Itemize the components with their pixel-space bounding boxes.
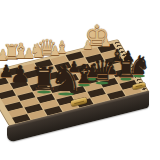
piece-dark-rook: ♜ <box>115 57 137 81</box>
product-photo: ♟♜♝♟♞♛♟♝♟♚♟♝♟♟♞♜♟♛♟♝♟♟♜♞ <box>0 0 160 160</box>
piece-light-bishop: ♝ <box>54 39 69 56</box>
piece-dark-knight: ♞ <box>50 61 82 97</box>
piece-dark-pawn: ♟ <box>10 63 31 86</box>
